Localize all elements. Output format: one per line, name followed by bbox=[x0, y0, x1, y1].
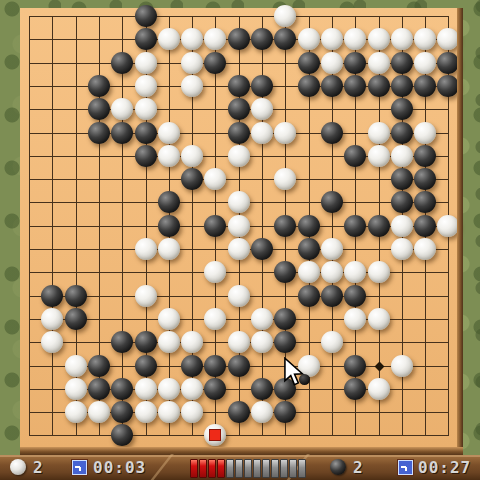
black-stone bbox=[88, 122, 110, 144]
black-stone bbox=[228, 355, 250, 377]
black-stone bbox=[251, 75, 273, 97]
black-stone bbox=[88, 98, 110, 120]
time-bar-gray bbox=[298, 459, 306, 478]
white-stone bbox=[158, 145, 180, 167]
white-stone bbox=[298, 28, 320, 50]
black-stone bbox=[321, 122, 343, 144]
white-stone bbox=[391, 238, 413, 260]
white-time: 00:03 bbox=[93, 458, 146, 477]
white-stone bbox=[228, 215, 250, 237]
white-clock-icon bbox=[72, 460, 87, 475]
white-stone bbox=[135, 75, 157, 97]
time-bar-red bbox=[190, 459, 198, 478]
white-stone bbox=[344, 28, 366, 50]
white-stone bbox=[391, 28, 413, 50]
white-captures: 2 bbox=[33, 458, 44, 477]
black-stone bbox=[344, 215, 366, 237]
white-stone bbox=[158, 308, 180, 330]
table-background: 2 00:03 2 00:27 bbox=[0, 0, 480, 480]
white-stone bbox=[65, 401, 87, 423]
black-stone bbox=[368, 75, 390, 97]
black-stone bbox=[437, 52, 459, 74]
white-stone bbox=[251, 401, 273, 423]
white-stone bbox=[228, 331, 250, 353]
white-stone bbox=[321, 52, 343, 74]
time-warning-meter bbox=[190, 459, 306, 476]
black-clock-icon bbox=[398, 460, 413, 475]
black-stone bbox=[88, 378, 110, 400]
black-time: 00:27 bbox=[418, 458, 471, 477]
black-stone bbox=[391, 191, 413, 213]
time-bar-red bbox=[199, 459, 207, 478]
black-stone bbox=[251, 378, 273, 400]
white-stone bbox=[391, 355, 413, 377]
go-board[interactable] bbox=[20, 8, 457, 447]
white-stone bbox=[135, 285, 157, 307]
black-stone bbox=[135, 28, 157, 50]
black-stone bbox=[135, 355, 157, 377]
black-stone bbox=[111, 378, 133, 400]
white-stone bbox=[274, 5, 296, 27]
black-stone bbox=[228, 98, 250, 120]
white-stone bbox=[111, 98, 133, 120]
black-stone bbox=[274, 401, 296, 423]
white-stone bbox=[368, 261, 390, 283]
black-stone bbox=[298, 52, 320, 74]
black-stone bbox=[111, 122, 133, 144]
black-stone bbox=[181, 355, 203, 377]
white-stone bbox=[437, 28, 459, 50]
last-move-marker bbox=[209, 429, 221, 441]
black-stone bbox=[135, 145, 157, 167]
white-stone bbox=[41, 308, 63, 330]
board-edge-bottom bbox=[20, 447, 463, 455]
black-stone bbox=[414, 168, 436, 190]
black-stone bbox=[158, 215, 180, 237]
black-stone bbox=[228, 401, 250, 423]
white-stone bbox=[204, 308, 226, 330]
black-stone bbox=[391, 75, 413, 97]
black-stone bbox=[274, 331, 296, 353]
time-bar-red bbox=[208, 459, 216, 478]
white-stone bbox=[368, 122, 390, 144]
time-bar-gray bbox=[271, 459, 279, 478]
black-stone bbox=[88, 355, 110, 377]
black-stone bbox=[414, 145, 436, 167]
white-stone bbox=[181, 378, 203, 400]
white-stone bbox=[321, 261, 343, 283]
status-bar: 2 00:03 2 00:27 bbox=[0, 455, 480, 480]
black-stone bbox=[391, 98, 413, 120]
black-captures: 2 bbox=[353, 458, 364, 477]
white-stone bbox=[321, 238, 343, 260]
white-stone bbox=[391, 145, 413, 167]
black-stone bbox=[344, 355, 366, 377]
black-stone bbox=[65, 285, 87, 307]
black-stone bbox=[391, 168, 413, 190]
black-stone bbox=[274, 308, 296, 330]
black-stone bbox=[204, 215, 226, 237]
black-stone bbox=[88, 75, 110, 97]
black-stone bbox=[344, 145, 366, 167]
white-stone bbox=[181, 331, 203, 353]
white-stone bbox=[414, 122, 436, 144]
black-stone bbox=[298, 75, 320, 97]
white-stone bbox=[228, 145, 250, 167]
black-stone bbox=[65, 308, 87, 330]
black-stone bbox=[181, 168, 203, 190]
white-stone bbox=[135, 238, 157, 260]
black-stone bbox=[344, 52, 366, 74]
white-stone bbox=[158, 238, 180, 260]
time-bar-red bbox=[217, 459, 225, 478]
black-stone bbox=[204, 378, 226, 400]
white-stone bbox=[158, 331, 180, 353]
white-stone bbox=[204, 28, 226, 50]
black-stone bbox=[204, 52, 226, 74]
black-stone bbox=[298, 215, 320, 237]
time-bar-gray bbox=[226, 459, 234, 478]
black-stone bbox=[414, 215, 436, 237]
time-bar-gray bbox=[280, 459, 288, 478]
black-stone bbox=[228, 122, 250, 144]
white-stone bbox=[135, 98, 157, 120]
black-stone bbox=[228, 75, 250, 97]
white-stone bbox=[181, 52, 203, 74]
white-stone bbox=[344, 308, 366, 330]
white-stone bbox=[274, 168, 296, 190]
black-stone bbox=[251, 238, 273, 260]
black-stone bbox=[274, 261, 296, 283]
white-stone bbox=[251, 308, 273, 330]
white-stone bbox=[135, 401, 157, 423]
star-point bbox=[375, 362, 385, 372]
white-stone bbox=[274, 122, 296, 144]
white-stone bbox=[368, 308, 390, 330]
black-stone bbox=[437, 75, 459, 97]
mouse-cursor bbox=[284, 357, 304, 387]
white-stone bbox=[368, 378, 390, 400]
black-stone bbox=[344, 75, 366, 97]
white-stone bbox=[181, 75, 203, 97]
black-stone bbox=[135, 331, 157, 353]
time-bar-gray bbox=[289, 459, 297, 478]
white-stone bbox=[251, 331, 273, 353]
white-stone bbox=[158, 378, 180, 400]
black-stone-icon bbox=[330, 459, 346, 475]
black-stone bbox=[111, 424, 133, 446]
black-stone bbox=[321, 285, 343, 307]
white-stone bbox=[135, 52, 157, 74]
black-stone bbox=[368, 215, 390, 237]
white-stone bbox=[251, 98, 273, 120]
black-stone bbox=[344, 378, 366, 400]
time-bar-gray bbox=[253, 459, 261, 478]
white-stone bbox=[158, 122, 180, 144]
black-stone bbox=[391, 52, 413, 74]
white-stone bbox=[158, 28, 180, 50]
white-stone bbox=[181, 28, 203, 50]
white-stone bbox=[368, 52, 390, 74]
black-stone bbox=[298, 285, 320, 307]
white-stone bbox=[228, 191, 250, 213]
black-stone bbox=[298, 238, 320, 260]
white-stone bbox=[65, 378, 87, 400]
white-stone bbox=[368, 28, 390, 50]
black-stone bbox=[111, 331, 133, 353]
white-stone bbox=[344, 261, 366, 283]
white-stone bbox=[181, 401, 203, 423]
white-stone bbox=[368, 145, 390, 167]
black-stone bbox=[321, 75, 343, 97]
black-stone bbox=[204, 355, 226, 377]
white-stone-icon bbox=[10, 459, 26, 475]
white-stone bbox=[204, 261, 226, 283]
black-stone bbox=[158, 191, 180, 213]
white-stone bbox=[251, 122, 273, 144]
white-stone bbox=[204, 168, 226, 190]
white-stone bbox=[321, 28, 343, 50]
black-stone bbox=[414, 75, 436, 97]
time-bar-gray bbox=[262, 459, 270, 478]
white-stone bbox=[298, 261, 320, 283]
black-stone bbox=[111, 401, 133, 423]
time-bar-gray bbox=[244, 459, 252, 478]
white-stone bbox=[41, 331, 63, 353]
black-stone bbox=[274, 215, 296, 237]
white-stone bbox=[181, 145, 203, 167]
black-stone bbox=[135, 122, 157, 144]
white-stone bbox=[88, 401, 110, 423]
wood-seam bbox=[149, 454, 174, 480]
white-stone bbox=[228, 285, 250, 307]
black-stone bbox=[344, 285, 366, 307]
black-stone bbox=[274, 28, 296, 50]
black-stone bbox=[228, 28, 250, 50]
white-stone bbox=[158, 401, 180, 423]
white-stone bbox=[135, 378, 157, 400]
black-stone bbox=[391, 122, 413, 144]
white-stone bbox=[414, 52, 436, 74]
black-stone bbox=[321, 191, 343, 213]
white-stone bbox=[437, 215, 459, 237]
board-edge-right bbox=[457, 8, 463, 455]
white-stone bbox=[65, 355, 87, 377]
white-stone bbox=[228, 238, 250, 260]
white-stone bbox=[391, 215, 413, 237]
black-stone bbox=[414, 191, 436, 213]
black-stone bbox=[111, 52, 133, 74]
white-stone bbox=[414, 238, 436, 260]
white-stone bbox=[414, 28, 436, 50]
black-stone bbox=[41, 285, 63, 307]
time-bar-gray bbox=[235, 459, 243, 478]
black-stone bbox=[135, 5, 157, 27]
white-stone bbox=[321, 331, 343, 353]
black-stone bbox=[251, 28, 273, 50]
grid-line-horizontal bbox=[29, 435, 449, 436]
